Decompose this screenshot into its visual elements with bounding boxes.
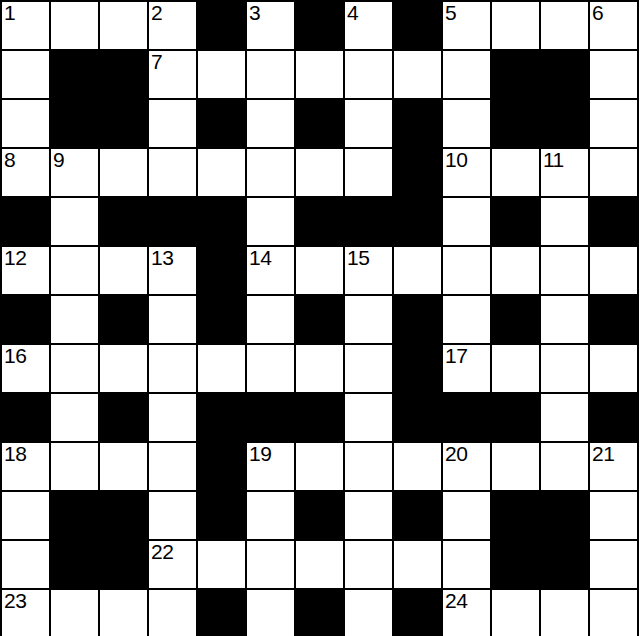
clue-number-11: 11 bbox=[543, 149, 564, 171]
cell-r11c11-block bbox=[541, 541, 588, 588]
cell-r5c7-letter[interactable]: 15 bbox=[345, 247, 392, 294]
cell-r2c11-block bbox=[541, 100, 588, 147]
cell-r1c9-letter[interactable] bbox=[443, 51, 490, 98]
cell-r10c11-block bbox=[541, 492, 588, 539]
cell-r8c10-block bbox=[492, 394, 539, 441]
cell-r8c7-letter[interactable] bbox=[345, 394, 392, 441]
clue-number-12: 12 bbox=[4, 247, 26, 269]
cell-r7c2-letter[interactable] bbox=[100, 345, 147, 392]
cell-r11c8-letter[interactable] bbox=[394, 541, 441, 588]
cell-r5c8-letter[interactable] bbox=[394, 247, 441, 294]
cell-r12c9-letter[interactable]: 24 bbox=[443, 590, 490, 636]
cell-r2c10-block bbox=[492, 100, 539, 147]
clue-number-22: 22 bbox=[151, 541, 173, 563]
cell-r5c0-letter[interactable]: 12 bbox=[2, 247, 49, 294]
cell-r8c1-letter[interactable] bbox=[51, 394, 98, 441]
cell-r8c2-block bbox=[100, 394, 147, 441]
cell-r5c9-letter[interactable] bbox=[443, 247, 490, 294]
cell-r4c0-block bbox=[2, 198, 49, 245]
cell-r6c10-block bbox=[492, 296, 539, 343]
cell-r4c8-block bbox=[394, 198, 441, 245]
cell-r3c8-block bbox=[394, 149, 441, 196]
cell-r2c3-letter[interactable] bbox=[149, 100, 196, 147]
cell-r0c4-block bbox=[198, 2, 245, 49]
cell-r9c7-letter[interactable] bbox=[345, 443, 392, 490]
cell-r3c3-letter[interactable] bbox=[149, 149, 196, 196]
cell-r6c11-letter[interactable] bbox=[541, 296, 588, 343]
cell-r5c1-letter[interactable] bbox=[51, 247, 98, 294]
cell-r11c9-letter[interactable] bbox=[443, 541, 490, 588]
clue-number-17: 17 bbox=[445, 345, 467, 367]
cell-r4c5-letter[interactable] bbox=[247, 198, 294, 245]
cell-r11c4-letter[interactable] bbox=[198, 541, 245, 588]
cell-r8c12-block bbox=[590, 394, 637, 441]
cell-r1c8-letter[interactable] bbox=[394, 51, 441, 98]
cell-r12c6-block bbox=[296, 590, 343, 636]
cell-r0c3-letter[interactable]: 2 bbox=[149, 2, 196, 49]
cell-r9c3-letter[interactable] bbox=[149, 443, 196, 490]
cell-r1c0-letter[interactable] bbox=[2, 51, 49, 98]
cell-r1c1-block bbox=[51, 51, 98, 98]
cell-r0c6-block bbox=[296, 2, 343, 49]
cell-r2c7-letter[interactable] bbox=[345, 100, 392, 147]
crossword-board: 123456789101112131415161718192021222324 bbox=[0, 0, 639, 636]
cell-r8c8-block bbox=[394, 394, 441, 441]
cell-r0c2-letter[interactable] bbox=[100, 2, 147, 49]
cell-r0c12-letter[interactable]: 6 bbox=[590, 2, 637, 49]
cell-r0c0-letter[interactable]: 1 bbox=[2, 2, 49, 49]
cell-r2c5-letter[interactable] bbox=[247, 100, 294, 147]
cell-r9c8-letter[interactable] bbox=[394, 443, 441, 490]
cell-r8c6-block bbox=[296, 394, 343, 441]
cell-r11c10-block bbox=[492, 541, 539, 588]
cell-r2c9-letter[interactable] bbox=[443, 100, 490, 147]
cell-r6c12-block bbox=[590, 296, 637, 343]
clue-number-6: 6 bbox=[592, 2, 603, 24]
cell-r10c8-block bbox=[394, 492, 441, 539]
cell-r7c10-letter[interactable] bbox=[492, 345, 539, 392]
cell-r4c9-letter[interactable] bbox=[443, 198, 490, 245]
cell-r10c0-letter[interactable] bbox=[2, 492, 49, 539]
cell-r4c6-block bbox=[296, 198, 343, 245]
cell-r0c7-letter[interactable]: 4 bbox=[345, 2, 392, 49]
cell-r6c8-block bbox=[394, 296, 441, 343]
cell-r1c3-letter[interactable]: 7 bbox=[149, 51, 196, 98]
cell-r10c9-letter[interactable] bbox=[443, 492, 490, 539]
cell-r12c2-letter[interactable] bbox=[100, 590, 147, 636]
cell-r11c1-block bbox=[51, 541, 98, 588]
clue-number-23: 23 bbox=[4, 590, 26, 612]
cell-r1c6-letter[interactable] bbox=[296, 51, 343, 98]
cell-r6c0-block bbox=[2, 296, 49, 343]
cell-r9c12-letter[interactable]: 21 bbox=[590, 443, 637, 490]
cell-r1c5-letter[interactable] bbox=[247, 51, 294, 98]
cell-r3c11-letter[interactable]: 11 bbox=[541, 149, 588, 196]
cell-r2c12-letter[interactable] bbox=[590, 100, 637, 147]
cell-r3c12-letter[interactable] bbox=[590, 149, 637, 196]
cell-r6c1-letter[interactable] bbox=[51, 296, 98, 343]
cell-r9c6-letter[interactable] bbox=[296, 443, 343, 490]
clue-number-4: 4 bbox=[347, 2, 358, 24]
cell-r7c6-letter[interactable] bbox=[296, 345, 343, 392]
cell-r7c12-letter[interactable] bbox=[590, 345, 637, 392]
clue-number-7: 7 bbox=[151, 51, 162, 73]
clue-number-15: 15 bbox=[347, 247, 369, 269]
cell-r4c1-letter[interactable] bbox=[51, 198, 98, 245]
cell-r9c4-block bbox=[198, 443, 245, 490]
cell-r8c3-letter[interactable] bbox=[149, 394, 196, 441]
clue-number-19: 19 bbox=[249, 443, 271, 465]
clue-number-16: 16 bbox=[4, 345, 26, 367]
cell-r6c5-letter[interactable] bbox=[247, 296, 294, 343]
cell-r3c0-letter[interactable]: 8 bbox=[2, 149, 49, 196]
cell-r9c5-letter[interactable]: 19 bbox=[247, 443, 294, 490]
cell-r9c9-letter[interactable]: 20 bbox=[443, 443, 490, 490]
cell-r12c4-block bbox=[198, 590, 245, 636]
cell-r12c12-letter[interactable] bbox=[590, 590, 637, 636]
cell-r9c10-letter[interactable] bbox=[492, 443, 539, 490]
cell-r6c3-letter[interactable] bbox=[149, 296, 196, 343]
cell-r10c5-letter[interactable] bbox=[247, 492, 294, 539]
cell-r3c7-letter[interactable] bbox=[345, 149, 392, 196]
cell-r11c7-letter[interactable] bbox=[345, 541, 392, 588]
cell-r10c1-block bbox=[51, 492, 98, 539]
cell-r5c11-letter[interactable] bbox=[541, 247, 588, 294]
cell-r12c8-block bbox=[394, 590, 441, 636]
cell-r12c3-letter[interactable] bbox=[149, 590, 196, 636]
cell-r6c6-block bbox=[296, 296, 343, 343]
cell-r12c1-letter[interactable] bbox=[51, 590, 98, 636]
cell-r3c2-letter[interactable] bbox=[100, 149, 147, 196]
cell-r1c10-block bbox=[492, 51, 539, 98]
cell-r0c5-letter[interactable]: 3 bbox=[247, 2, 294, 49]
cell-r9c0-letter[interactable]: 18 bbox=[2, 443, 49, 490]
cell-r0c11-letter[interactable] bbox=[541, 2, 588, 49]
cell-r4c3-block bbox=[149, 198, 196, 245]
clue-number-2: 2 bbox=[151, 2, 162, 24]
cell-r5c2-letter[interactable] bbox=[100, 247, 147, 294]
cell-r3c9-letter[interactable]: 10 bbox=[443, 149, 490, 196]
cell-r12c0-letter[interactable]: 23 bbox=[2, 590, 49, 636]
cell-r12c7-letter[interactable] bbox=[345, 590, 392, 636]
cell-r6c7-letter[interactable] bbox=[345, 296, 392, 343]
cell-r11c3-letter[interactable]: 22 bbox=[149, 541, 196, 588]
cell-r2c6-block bbox=[296, 100, 343, 147]
cell-r12c10-letter[interactable] bbox=[492, 590, 539, 636]
cell-r10c2-block bbox=[100, 492, 147, 539]
cell-r2c8-block bbox=[394, 100, 441, 147]
cell-r10c10-block bbox=[492, 492, 539, 539]
cell-r3c1-letter[interactable]: 9 bbox=[51, 149, 98, 196]
cell-r7c0-letter[interactable]: 16 bbox=[2, 345, 49, 392]
cell-r10c6-block bbox=[296, 492, 343, 539]
cell-r7c7-letter[interactable] bbox=[345, 345, 392, 392]
cell-r10c7-letter[interactable] bbox=[345, 492, 392, 539]
cell-r2c2-block bbox=[100, 100, 147, 147]
cell-r7c9-letter[interactable]: 17 bbox=[443, 345, 490, 392]
cell-r5c10-letter[interactable] bbox=[492, 247, 539, 294]
cell-r7c3-letter[interactable] bbox=[149, 345, 196, 392]
cell-r4c2-block bbox=[100, 198, 147, 245]
cell-r11c5-letter[interactable] bbox=[247, 541, 294, 588]
cell-r0c9-letter[interactable]: 5 bbox=[443, 2, 490, 49]
cell-r4c4-block bbox=[198, 198, 245, 245]
cell-r7c5-letter[interactable] bbox=[247, 345, 294, 392]
clue-number-14: 14 bbox=[249, 247, 271, 269]
cell-r6c2-block bbox=[100, 296, 147, 343]
clue-number-18: 18 bbox=[4, 443, 26, 465]
cell-r4c12-block bbox=[590, 198, 637, 245]
cell-r6c9-letter[interactable] bbox=[443, 296, 490, 343]
cell-r5c4-block bbox=[198, 247, 245, 294]
cell-r7c4-letter[interactable] bbox=[198, 345, 245, 392]
cell-r8c4-block bbox=[198, 394, 245, 441]
cell-r1c7-letter[interactable] bbox=[345, 51, 392, 98]
cell-r0c10-letter[interactable] bbox=[492, 2, 539, 49]
clue-number-3: 3 bbox=[249, 2, 260, 24]
cell-r9c1-letter[interactable] bbox=[51, 443, 98, 490]
cell-r11c6-letter[interactable] bbox=[296, 541, 343, 588]
cell-r9c2-letter[interactable] bbox=[100, 443, 147, 490]
cell-r10c4-block bbox=[198, 492, 245, 539]
cell-r5c3-letter[interactable]: 13 bbox=[149, 247, 196, 294]
cell-r12c5-letter[interactable] bbox=[247, 590, 294, 636]
cell-r1c12-letter[interactable] bbox=[590, 51, 637, 98]
cell-r12c11-letter[interactable] bbox=[541, 590, 588, 636]
cell-r10c12-letter[interactable] bbox=[590, 492, 637, 539]
cell-r3c4-letter[interactable] bbox=[198, 149, 245, 196]
cell-r1c11-block bbox=[541, 51, 588, 98]
cell-r11c0-letter[interactable] bbox=[2, 541, 49, 588]
cell-r3c10-letter[interactable] bbox=[492, 149, 539, 196]
cell-r6c4-block bbox=[198, 296, 245, 343]
cell-r1c2-block bbox=[100, 51, 147, 98]
cell-r9c11-letter[interactable] bbox=[541, 443, 588, 490]
cell-r4c11-letter[interactable] bbox=[541, 198, 588, 245]
cell-r1c4-letter[interactable] bbox=[198, 51, 245, 98]
cell-r0c1-letter[interactable] bbox=[51, 2, 98, 49]
cell-r11c12-letter[interactable] bbox=[590, 541, 637, 588]
cell-r2c1-block bbox=[51, 100, 98, 147]
cell-r10c3-letter[interactable] bbox=[149, 492, 196, 539]
cell-r0c8-block bbox=[394, 2, 441, 49]
cell-r5c6-letter[interactable] bbox=[296, 247, 343, 294]
cell-r4c10-block bbox=[492, 198, 539, 245]
clue-number-1: 1 bbox=[4, 2, 15, 24]
clue-number-5: 5 bbox=[445, 2, 456, 24]
cell-r4c7-block bbox=[345, 198, 392, 245]
clue-number-9: 9 bbox=[53, 149, 64, 171]
cell-r7c1-letter[interactable] bbox=[51, 345, 98, 392]
clue-number-24: 24 bbox=[445, 590, 467, 612]
cell-r8c0-block bbox=[2, 394, 49, 441]
cell-r5c12-letter[interactable] bbox=[590, 247, 637, 294]
cell-r7c11-letter[interactable] bbox=[541, 345, 588, 392]
clue-number-20: 20 bbox=[445, 443, 467, 465]
cell-r2c0-letter[interactable] bbox=[2, 100, 49, 147]
clue-number-8: 8 bbox=[4, 149, 15, 171]
cell-r8c9-block bbox=[443, 394, 490, 441]
cell-r8c5-block bbox=[247, 394, 294, 441]
clue-number-10: 10 bbox=[445, 149, 467, 171]
cell-r2c4-block bbox=[198, 100, 245, 147]
cell-r5c5-letter[interactable]: 14 bbox=[247, 247, 294, 294]
cell-r7c8-block bbox=[394, 345, 441, 392]
cell-r3c5-letter[interactable] bbox=[247, 149, 294, 196]
cell-r11c2-block bbox=[100, 541, 147, 588]
clue-number-21: 21 bbox=[592, 443, 614, 465]
cell-r3c6-letter[interactable] bbox=[296, 149, 343, 196]
cell-r8c11-letter[interactable] bbox=[541, 394, 588, 441]
clue-number-13: 13 bbox=[151, 247, 173, 269]
